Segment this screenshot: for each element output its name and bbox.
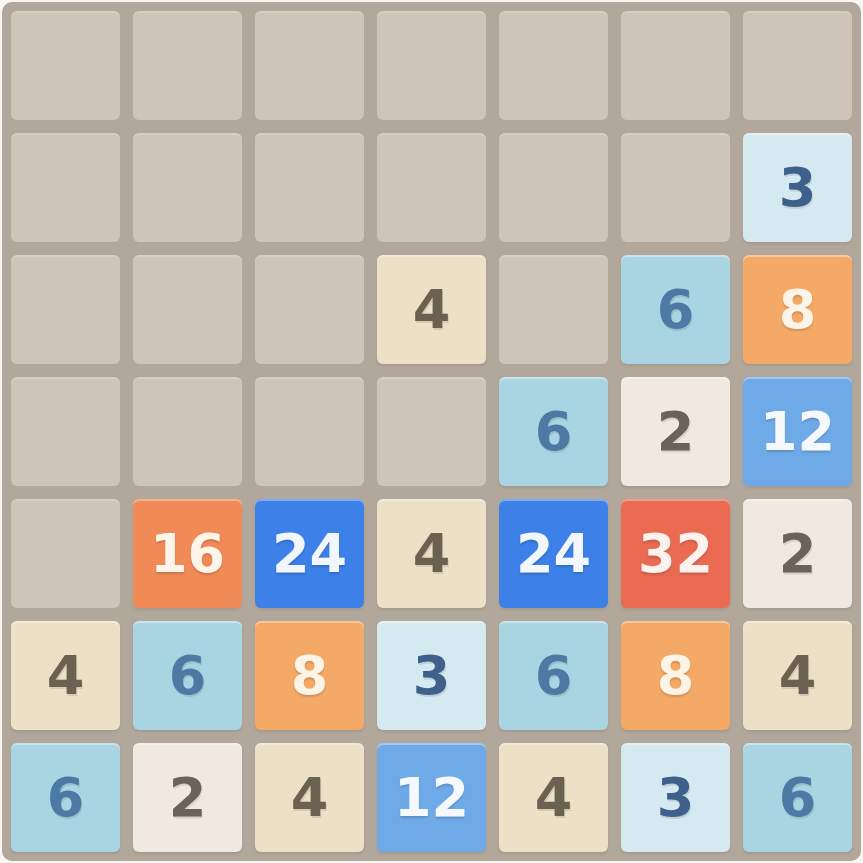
empty-cell-r3c3 [255, 255, 364, 364]
game-stage: 346862121624424322468368462412436 [0, 0, 863, 863]
empty-cell-r4c4 [377, 377, 486, 486]
empty-cell-r1c2 [133, 11, 242, 120]
empty-cell-r1c5 [499, 11, 608, 120]
tile-6-r6c5: 6 [499, 621, 608, 730]
empty-cell-r4c1 [11, 377, 120, 486]
empty-cell-r3c5 [499, 255, 608, 364]
tile-12-r7c4: 12 [377, 743, 486, 852]
tile-6-r6c2: 6 [133, 621, 242, 730]
tile-3-r7c6: 3 [621, 743, 730, 852]
empty-cell-r1c7 [743, 11, 852, 120]
tile-2-r5c7: 2 [743, 499, 852, 608]
tile-8-r3c7: 8 [743, 255, 852, 364]
tile-6-r3c6: 6 [621, 255, 730, 364]
tile-4-r7c5: 4 [499, 743, 608, 852]
tile-4-r6c1: 4 [11, 621, 120, 730]
puzzle-board[interactable]: 346862121624424322468368462412436 [2, 2, 861, 861]
tile-12-r4c7: 12 [743, 377, 852, 486]
empty-cell-r5c1 [11, 499, 120, 608]
empty-cell-r2c6 [621, 133, 730, 242]
empty-cell-r1c4 [377, 11, 486, 120]
tile-2-r7c2: 2 [133, 743, 242, 852]
tile-8-r6c6: 8 [621, 621, 730, 730]
tile-3-r2c7: 3 [743, 133, 852, 242]
empty-cell-r4c2 [133, 377, 242, 486]
empty-cell-r1c6 [621, 11, 730, 120]
empty-cell-r2c5 [499, 133, 608, 242]
tile-32-r5c6: 32 [621, 499, 730, 608]
empty-cell-r2c2 [133, 133, 242, 242]
empty-cell-r1c3 [255, 11, 364, 120]
tile-8-r6c3: 8 [255, 621, 364, 730]
empty-cell-r2c4 [377, 133, 486, 242]
tile-6-r4c5: 6 [499, 377, 608, 486]
empty-cell-r1c1 [11, 11, 120, 120]
tile-4-r5c4: 4 [377, 499, 486, 608]
empty-cell-r4c3 [255, 377, 364, 486]
tile-24-r5c3: 24 [255, 499, 364, 608]
tile-2-r4c6: 2 [621, 377, 730, 486]
tile-6-r7c7: 6 [743, 743, 852, 852]
tile-16-r5c2: 16 [133, 499, 242, 608]
empty-cell-r3c1 [11, 255, 120, 364]
tile-6-r7c1: 6 [11, 743, 120, 852]
tile-24-r5c5: 24 [499, 499, 608, 608]
empty-cell-r2c1 [11, 133, 120, 242]
tile-4-r7c3: 4 [255, 743, 364, 852]
tile-4-r3c4: 4 [377, 255, 486, 364]
empty-cell-r2c3 [255, 133, 364, 242]
tile-4-r6c7: 4 [743, 621, 852, 730]
empty-cell-r3c2 [133, 255, 242, 364]
tile-3-r6c4: 3 [377, 621, 486, 730]
